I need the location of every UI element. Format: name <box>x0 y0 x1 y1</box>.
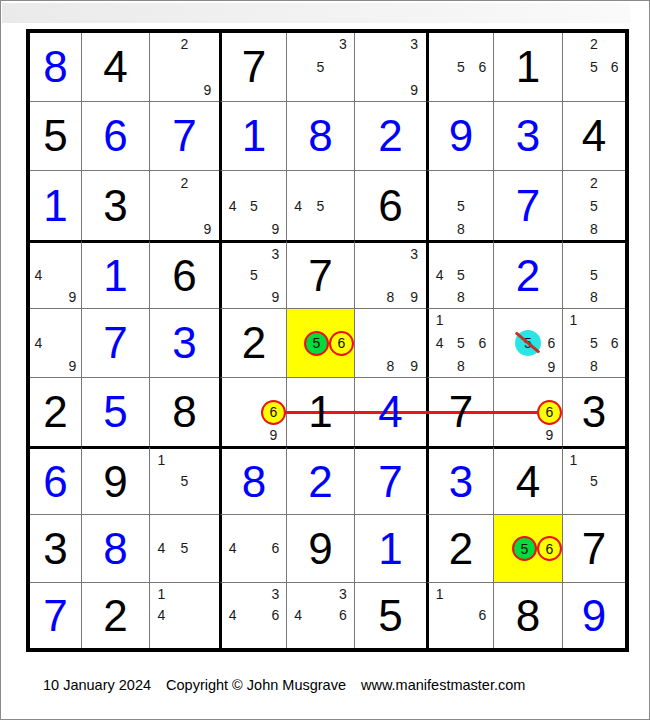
candidate-digit: 5 <box>309 56 331 79</box>
cell-r7c8[interactable]: 4 <box>494 446 563 515</box>
solved-digit: 2 <box>516 254 540 298</box>
cell-r2c1[interactable]: 5 <box>30 102 82 171</box>
yellow-circle-mark: 6 <box>261 400 286 425</box>
solved-digit: 4 <box>378 390 402 434</box>
given-digit: 3 <box>43 527 67 571</box>
cell-r4c1[interactable]: 49 <box>30 240 82 309</box>
candidate-digit: 3 <box>332 583 354 605</box>
candidate-digit: 9 <box>196 78 219 101</box>
candidate-digit: 9 <box>402 354 426 377</box>
cell-r3c3[interactable]: 29 <box>150 171 219 240</box>
cell-r5c2[interactable]: 7 <box>82 309 150 378</box>
cell-r9c2[interactable]: 2 <box>82 583 150 648</box>
solved-digit: 1 <box>103 254 127 298</box>
cell-r1c9[interactable]: 256 <box>563 33 625 102</box>
candidate-digit: 8 <box>379 286 403 308</box>
candidate-digit: 4 <box>30 265 47 287</box>
candidate-digit: 5 <box>584 471 605 493</box>
candidate-digit: 5 <box>584 265 605 287</box>
candidate-digit: 4 <box>287 605 309 627</box>
cell-r1c3[interactable]: 29 <box>150 33 219 102</box>
given-digit: 2 <box>43 390 67 434</box>
solved-digit: 7 <box>172 114 196 158</box>
candidate-digit: 8 <box>379 354 403 377</box>
red-circle-mark: 6 <box>537 536 562 561</box>
top-strip <box>2 3 630 23</box>
cell-r4c2[interactable]: 1 <box>82 240 150 309</box>
cell-r3c1[interactable]: 1 <box>30 171 82 240</box>
candidate-digit: 9 <box>402 286 426 308</box>
given-digit: 5 <box>43 114 67 158</box>
candidate-digit: 6 <box>472 605 493 627</box>
candidate-digit: 4 <box>150 605 173 627</box>
given-digit: 4 <box>582 114 606 158</box>
footer-date: 10 January 2024 <box>43 677 151 693</box>
candidate-digit: 5 <box>309 194 331 217</box>
candidate-digit: 6 <box>265 605 286 627</box>
cell-r9c6[interactable]: 5 <box>355 583 426 648</box>
cell-r8c5[interactable]: 9 <box>287 515 355 583</box>
candidate-digit: 6 <box>604 332 625 355</box>
cell-r8c3[interactable]: 45 <box>150 515 219 583</box>
candidate-digit: 5 <box>450 332 471 355</box>
given-digit: 2 <box>449 527 473 571</box>
candidate-digit: 5 <box>512 536 537 561</box>
solved-digit: 7 <box>378 460 402 504</box>
green-circle-mark: 5 <box>512 536 537 561</box>
given-digit: 7 <box>308 254 332 298</box>
candidate-digit: 9 <box>402 78 426 101</box>
candidate-digit: 3 <box>402 33 426 56</box>
candidate-digit: 6 <box>537 400 562 425</box>
given-digit: 4 <box>516 460 540 504</box>
candidate-digit: 1 <box>563 449 584 471</box>
solved-digit: 7 <box>43 594 67 638</box>
given-digit: 7 <box>449 390 473 434</box>
candidate-digit: 5 <box>173 537 196 559</box>
candidate-digit: 9 <box>265 217 286 240</box>
candidate-digit: 6 <box>472 56 493 79</box>
cell-r4c4[interactable]: 359 <box>219 240 287 309</box>
cell-r9c8[interactable]: 8 <box>494 583 563 648</box>
cell-r8c6[interactable]: 1 <box>355 515 426 583</box>
candidate-digit: 6 <box>537 536 562 561</box>
cell-r3c9[interactable]: 258 <box>563 171 625 240</box>
solved-digit: 8 <box>103 527 127 571</box>
candidate-digit: 1 <box>150 583 173 605</box>
solved-digit: 6 <box>103 114 127 158</box>
cell-r6c9[interactable]: 3 <box>563 378 625 446</box>
solved-digit: 9 <box>449 114 473 158</box>
cell-r1c2[interactable]: 4 <box>82 33 150 102</box>
candidate-digit: 4 <box>287 194 309 217</box>
cell-r2c2[interactable]: 6 <box>82 102 150 171</box>
cell-r7c3[interactable]: 15 <box>150 446 219 515</box>
cell-r2c5[interactable]: 8 <box>287 102 355 171</box>
cell-r1c4[interactable]: 7 <box>219 33 287 102</box>
cell-r7c7[interactable]: 3 <box>426 446 494 515</box>
cell-r2c3[interactable]: 7 <box>150 102 219 171</box>
cell-r5c6[interactable]: 89 <box>355 309 426 378</box>
cell-r3c2[interactable]: 3 <box>82 171 150 240</box>
solved-digit: 1 <box>242 114 266 158</box>
cell-r8c4[interactable]: 46 <box>219 515 287 583</box>
given-digit: 9 <box>103 460 127 504</box>
cell-r6c3[interactable]: 8 <box>150 378 219 446</box>
candidate-digit: 5 <box>515 330 541 356</box>
candidate-digit: 9 <box>64 354 81 377</box>
candidate-digit: 6 <box>332 605 354 627</box>
candidate-digit: 8 <box>584 217 605 240</box>
candidate-digit: 5 <box>450 56 471 79</box>
candidate-digit: 5 <box>584 56 605 79</box>
candidate-digit: 9 <box>537 425 562 447</box>
candidate-digit: 1 <box>429 309 450 332</box>
solved-digit: 8 <box>308 114 332 158</box>
cell-r4c6[interactable]: 389 <box>355 240 426 309</box>
footer: 10 January 2024 Copyright © John Musgrav… <box>43 677 525 693</box>
candidate-digit: 8 <box>584 354 605 377</box>
given-digit: 8 <box>172 390 196 434</box>
given-digit: 4 <box>103 45 127 89</box>
green-circle-mark: 5 <box>304 331 329 356</box>
solved-digit: 5 <box>103 390 127 434</box>
cell-r1c1[interactable]: 8 <box>30 33 82 102</box>
footer-website: www.manifestmaster.com <box>361 677 525 693</box>
cell-r8c8[interactable]: 56 <box>494 515 563 583</box>
solved-digit: 6 <box>43 460 67 504</box>
cell-r9c9[interactable]: 9 <box>563 583 625 648</box>
given-digit: 3 <box>103 184 127 228</box>
candidate-digit: 3 <box>265 583 286 605</box>
solved-digit: 8 <box>43 45 67 89</box>
cell-r9c3[interactable]: 14 <box>150 583 219 648</box>
given-digit: 8 <box>516 594 540 638</box>
cell-r5c8[interactable]: 569 <box>494 309 563 378</box>
solved-digit: 2 <box>308 460 332 504</box>
candidate-digit: 6 <box>261 400 286 425</box>
cell-r7c1[interactable]: 6 <box>30 446 82 515</box>
cell-r2c4[interactable]: 1 <box>219 102 287 171</box>
candidate-digit: 8 <box>584 286 605 308</box>
solved-digit: 3 <box>516 114 540 158</box>
cell-r1c8[interactable]: 1 <box>494 33 563 102</box>
candidate-digit: 9 <box>265 286 286 308</box>
cell-r5c3[interactable]: 3 <box>150 309 219 378</box>
candidate-digit: 2 <box>173 171 196 194</box>
candidate-digit: 4 <box>222 537 243 559</box>
candidate-digit: 4 <box>222 605 243 627</box>
cell-r9c5[interactable]: 346 <box>287 583 355 648</box>
red-circle-mark: 6 <box>329 331 354 356</box>
cell-r8c9[interactable]: 7 <box>563 515 625 583</box>
elimination-slash <box>515 331 541 353</box>
solved-digit: 1 <box>378 527 402 571</box>
candidate-digit: 6 <box>604 56 625 79</box>
given-digit: 2 <box>103 594 127 638</box>
cell-r7c6[interactable]: 7 <box>355 446 426 515</box>
cell-r5c1[interactable]: 49 <box>30 309 82 378</box>
cell-r5c7[interactable]: 14568 <box>426 309 494 378</box>
cell-r3c5[interactable]: 45 <box>287 171 355 240</box>
candidate-digit: 5 <box>450 265 471 287</box>
cell-r2c7[interactable]: 9 <box>426 102 494 171</box>
cell-r9c4[interactable]: 346 <box>219 583 287 648</box>
given-digit: 3 <box>582 390 606 434</box>
candidate-digit: 9 <box>261 425 286 447</box>
cell-r5c9[interactable]: 1568 <box>563 309 625 378</box>
candidate-digit: 5 <box>243 265 264 287</box>
cell-r4c8[interactable]: 2 <box>494 240 563 309</box>
solved-digit: 7 <box>516 184 540 228</box>
candidate-digit: 8 <box>450 286 471 308</box>
given-digit: 2 <box>242 321 266 365</box>
solved-digit: 8 <box>242 460 266 504</box>
candidate-digit: 4 <box>429 332 450 355</box>
cell-r5c4[interactable]: 2 <box>219 309 287 378</box>
cell-r3c7[interactable]: 58 <box>426 171 494 240</box>
candidate-digit: 4 <box>150 537 173 559</box>
candidate-digit: 8 <box>450 354 471 377</box>
candidate-digit: 1 <box>563 309 584 332</box>
candidate-digit: 5 <box>584 332 605 355</box>
candidate-digit: 3 <box>332 33 354 56</box>
candidate-digit: 9 <box>196 217 219 240</box>
cell-r3c8[interactable]: 7 <box>494 171 563 240</box>
candidate-digit: 2 <box>584 171 605 194</box>
cell-r7c9[interactable]: 15 <box>563 446 625 515</box>
cell-r4c7[interactable]: 458 <box>426 240 494 309</box>
cell-r7c4[interactable]: 8 <box>219 446 287 515</box>
candidate-digit: 5 <box>450 194 471 217</box>
candidate-digit: 5 <box>173 471 196 493</box>
cell-r9c7[interactable]: 16 <box>426 583 494 648</box>
candidate-digit: 5 <box>304 331 329 356</box>
cell-r7c5[interactable]: 2 <box>287 446 355 515</box>
solved-digit: 2 <box>378 114 402 158</box>
candidate-digit: 1 <box>150 449 173 471</box>
cell-r2c9[interactable]: 4 <box>563 102 625 171</box>
candidate-digit: 3 <box>265 243 286 265</box>
solved-digit: 7 <box>103 321 127 365</box>
cell-r1c7[interactable]: 56 <box>426 33 494 102</box>
candidate-digit: 4 <box>30 332 47 355</box>
candidate-digit: 6 <box>541 330 562 356</box>
given-digit: 6 <box>172 254 196 298</box>
solved-digit: 1 <box>43 184 67 228</box>
candidate-digit: 6 <box>265 537 286 559</box>
page: 8429735395612565671829341329459456587258… <box>0 0 650 720</box>
candidate-digit: 8 <box>450 217 471 240</box>
given-digit: 1 <box>308 390 332 434</box>
cell-r5c5[interactable]: 56 <box>287 309 355 378</box>
candidate-digit: 2 <box>173 33 196 56</box>
candidate-digit: 4 <box>429 265 450 287</box>
candidate-digit: 6 <box>329 331 354 356</box>
given-digit: 7 <box>242 45 266 89</box>
footer-copyright: Copyright © John Musgrave <box>166 677 346 693</box>
solved-digit: 3 <box>172 321 196 365</box>
candidate-digit: 1 <box>429 583 450 605</box>
solved-digit: 3 <box>449 460 473 504</box>
cell-r7c2[interactable]: 9 <box>82 446 150 515</box>
cell-r3c4[interactable]: 459 <box>219 171 287 240</box>
cyan-slash-mark: 5 <box>515 330 541 356</box>
cell-r4c5[interactable]: 7 <box>287 240 355 309</box>
given-digit: 6 <box>378 184 402 228</box>
cell-r6c2[interactable]: 5 <box>82 378 150 446</box>
candidate-digit: 9 <box>64 286 81 308</box>
cell-r6c4[interactable]: 69 <box>219 378 287 446</box>
yellow-circle-mark: 6 <box>537 400 562 425</box>
cell-r8c2[interactable]: 8 <box>82 515 150 583</box>
cell-r2c8[interactable]: 3 <box>494 102 563 171</box>
cell-r8c1[interactable]: 3 <box>30 515 82 583</box>
cell-r9c1[interactable]: 7 <box>30 583 82 648</box>
given-digit: 9 <box>308 527 332 571</box>
cell-r1c5[interactable]: 35 <box>287 33 355 102</box>
cell-r4c3[interactable]: 6 <box>150 240 219 309</box>
candidate-digit: 4 <box>222 194 243 217</box>
solved-digit: 9 <box>582 594 606 638</box>
given-digit: 5 <box>378 594 402 638</box>
candidate-digit: 5 <box>584 194 605 217</box>
candidate-digit: 9 <box>541 356 562 377</box>
cell-r4c9[interactable]: 58 <box>563 240 625 309</box>
sudoku-board: 8429735395612565671829341329459456587258… <box>26 29 629 652</box>
given-digit: 1 <box>516 45 540 89</box>
cell-r1c6[interactable]: 39 <box>355 33 426 102</box>
candidate-digit: 2 <box>584 33 605 56</box>
cell-r6c1[interactable]: 2 <box>30 378 82 446</box>
cell-r3c6[interactable]: 6 <box>355 171 426 240</box>
given-digit: 7 <box>582 527 606 571</box>
candidate-digit: 6 <box>472 332 493 355</box>
cell-r2c6[interactable]: 2 <box>355 102 426 171</box>
candidate-digit: 5 <box>243 194 264 217</box>
cell-r8c7[interactable]: 2 <box>426 515 494 583</box>
candidate-digit: 3 <box>402 243 426 265</box>
